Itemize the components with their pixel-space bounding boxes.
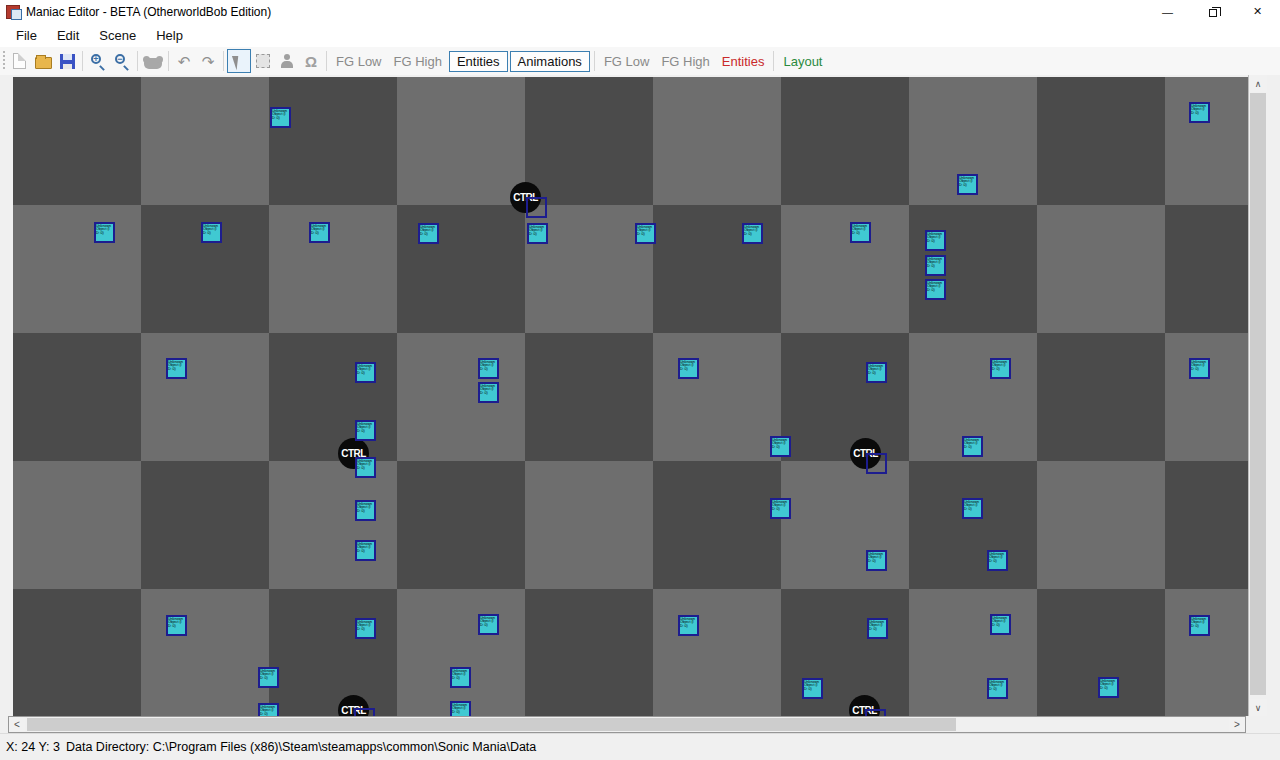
entity-box[interactable]: UnknownObject (ID: 0): [770, 498, 791, 519]
save-icon: [60, 54, 75, 69]
entity-box[interactable]: UnknownObject (ID: 0): [258, 667, 279, 688]
entity-box[interactable]: UnknownObject (ID: 0): [1098, 677, 1119, 698]
checker-cell: [141, 589, 269, 716]
person-icon: [280, 54, 294, 68]
entity-box[interactable]: UnknownObject (ID: 0): [166, 615, 187, 636]
entity-box[interactable]: UnknownObject (ID: 0): [355, 500, 376, 521]
checker-cell: [525, 461, 653, 589]
entity-box[interactable]: UnknownObject (ID: 0): [802, 678, 823, 699]
entity-label: UnknownObject (ID: 0): [452, 669, 469, 680]
checker-cell: [1037, 333, 1165, 461]
entity-box[interactable]: UnknownObject (ID: 0): [309, 222, 330, 243]
checker-cell: [1165, 333, 1248, 461]
open-folder-icon: [35, 57, 52, 69]
checker-cell: [1037, 77, 1165, 205]
entity-label: UnknownObject (ID: 0): [868, 364, 885, 375]
entity-label: UnknownObject (ID: 0): [804, 680, 821, 691]
entity-label: UnknownObject (ID: 0): [357, 459, 374, 470]
layer-fg-high-button[interactable]: FG High: [655, 51, 715, 72]
entity-box[interactable]: UnknownObject (ID: 0): [1189, 615, 1210, 636]
marquee-icon: [256, 54, 270, 68]
checker-cell: [781, 333, 909, 461]
checker-cell: [141, 461, 269, 589]
menu-scene[interactable]: Scene: [89, 25, 146, 46]
scroll-down-button[interactable]: ∨: [1249, 699, 1267, 716]
checker-cell: [397, 77, 525, 205]
entity-box[interactable]: UnknownObject (ID: 0): [990, 614, 1011, 635]
checker-cell: [13, 589, 141, 716]
entity-box[interactable]: UnknownObject (ID: 0): [866, 550, 887, 571]
entity-label: UnknownObject (ID: 0): [989, 680, 1006, 691]
entity-box[interactable]: UnknownObject (ID: 0): [1189, 358, 1210, 379]
entity-label: UnknownObject (ID: 0): [480, 384, 497, 395]
toolbar: + − ↶ ↷ Ω FG Low FG High Entities Animat…: [0, 47, 1280, 75]
open-button[interactable]: [31, 49, 55, 73]
entity-label: UnknownObject (ID: 0): [480, 360, 497, 371]
entity-label: UnknownObject (ID: 0): [168, 617, 185, 628]
window-title: Maniac Editor - BETA (OtherworldBob Edit…: [26, 5, 271, 19]
entity-box[interactable]: UnknownObject (ID: 0): [770, 436, 791, 457]
entity-outline-box[interactable]: [526, 197, 547, 218]
entity-box[interactable]: UnknownObject (ID: 0): [987, 550, 1008, 571]
entity-box[interactable]: UnknownObject (ID: 0): [258, 703, 279, 716]
view-animations-button[interactable]: Animations: [510, 51, 590, 72]
pointer-tool-button[interactable]: [227, 49, 251, 73]
restore-icon: [1209, 9, 1217, 17]
entity-box[interactable]: UnknownObject (ID: 0): [355, 457, 376, 478]
checker-cell: [781, 205, 909, 333]
entity-box[interactable]: UnknownObject (ID: 0): [355, 420, 376, 441]
checker-cell: [525, 77, 653, 205]
entity-label: UnknownObject (ID: 0): [96, 224, 113, 235]
checker-cell: [269, 77, 397, 205]
checker-cell: [1037, 461, 1165, 589]
entity-box[interactable]: UnknownObject (ID: 0): [478, 614, 499, 635]
entity-box[interactable]: UnknownObject (ID: 0): [1189, 102, 1210, 123]
zoom-in-button[interactable]: +: [86, 49, 110, 73]
entity-label: UnknownObject (ID: 0): [964, 500, 981, 511]
entity-box[interactable]: UnknownObject (ID: 0): [450, 701, 471, 716]
entity-box[interactable]: UnknownObject (ID: 0): [866, 362, 887, 383]
menu-edit[interactable]: Edit: [47, 25, 89, 46]
title-bar: Maniac Editor - BETA (OtherworldBob Edit…: [0, 0, 1280, 23]
pointer-icon: [231, 52, 246, 70]
entity-box[interactable]: UnknownObject (ID: 0): [925, 255, 946, 276]
checker-cell: [1037, 205, 1165, 333]
entity-box[interactable]: UnknownObject (ID: 0): [478, 382, 499, 403]
entity-outline-box[interactable]: [354, 708, 375, 716]
checker-cell: [269, 333, 397, 461]
checker-cell: [653, 77, 781, 205]
entity-label: UnknownObject (ID: 0): [772, 500, 789, 511]
entity-label: UnknownObject (ID: 0): [852, 224, 869, 235]
entity-label: UnknownObject (ID: 0): [272, 109, 289, 120]
toolbar-separator: [168, 51, 169, 71]
entity-label: UnknownObject (ID: 0): [927, 281, 944, 292]
checker-cell: [909, 461, 1037, 589]
layer-entities-button[interactable]: Entities: [716, 51, 771, 72]
entity-label: UnknownObject (ID: 0): [744, 225, 761, 236]
vertical-scroll-thumb[interactable]: [1250, 93, 1266, 695]
toolbar-separator: [594, 51, 595, 71]
entity-box[interactable]: UnknownObject (ID: 0): [990, 358, 1011, 379]
undo-icon: ↶: [178, 54, 191, 69]
entity-box[interactable]: UnknownObject (ID: 0): [201, 222, 222, 243]
entity-box[interactable]: UnknownObject (ID: 0): [678, 615, 699, 636]
checker-cell: [13, 333, 141, 461]
entity-label: UnknownObject (ID: 0): [927, 257, 944, 268]
entity-label: UnknownObject (ID: 0): [869, 620, 886, 631]
entity-label: UnknownObject (ID: 0): [992, 616, 1009, 627]
entity-label: UnknownObject (ID: 0): [964, 438, 981, 449]
zoom-in-icon: +: [90, 53, 106, 69]
horizontal-scrollbar[interactable]: < >: [8, 716, 1246, 733]
entity-box[interactable]: UnknownObject (ID: 0): [678, 358, 699, 379]
entity-label: UnknownObject (ID: 0): [637, 225, 654, 236]
entity-box[interactable]: UnknownObject (ID: 0): [962, 498, 983, 519]
entity-label: UnknownObject (ID: 0): [1100, 679, 1117, 690]
magnet-tool-button[interactable]: Ω: [299, 49, 323, 73]
view-fg-low-button[interactable]: FG Low: [330, 51, 388, 72]
redo-icon: ↷: [202, 54, 215, 69]
checker-cell: [1165, 77, 1248, 205]
toolbar-separator: [773, 51, 774, 71]
checker-cell: [141, 77, 269, 205]
entity-label: UnknownObject (ID: 0): [260, 705, 277, 716]
layer-layout-button[interactable]: Layout: [777, 51, 828, 72]
checker-cell: [1165, 589, 1248, 716]
scroll-up-button[interactable]: ∧: [1249, 75, 1267, 92]
gamepad-button[interactable]: [141, 49, 165, 73]
marquee-select-button[interactable]: [251, 49, 275, 73]
checker-cell: [397, 205, 525, 333]
entity-label: UnknownObject (ID: 0): [452, 703, 469, 714]
checker-cell: [909, 589, 1037, 716]
checker-cell: [781, 461, 909, 589]
data-directory-path: Data Directory: C:\Program Files (x86)\S…: [66, 740, 536, 754]
entity-box[interactable]: UnknownObject (ID: 0): [867, 618, 888, 639]
zoom-out-icon: −: [114, 53, 130, 69]
entity-box[interactable]: UnknownObject (ID: 0): [450, 667, 471, 688]
entity-label: UnknownObject (ID: 0): [260, 669, 277, 680]
entity-box[interactable]: UnknownObject (ID: 0): [925, 230, 946, 251]
checker-cell: [653, 461, 781, 589]
entity-label: UnknownObject (ID: 0): [927, 232, 944, 243]
checker-cell: [397, 333, 525, 461]
checker-cell: [525, 589, 653, 716]
minimize-button[interactable]: —: [1145, 0, 1190, 23]
entity-label: UnknownObject (ID: 0): [357, 422, 374, 433]
entity-outline-box[interactable]: [865, 709, 886, 716]
menu-help[interactable]: Help: [146, 25, 193, 46]
checker-cell: [13, 205, 141, 333]
scrollbar-corner: [1248, 716, 1267, 733]
checker-cell: [653, 333, 781, 461]
toolbar-separator: [223, 51, 224, 71]
entity-label: UnknownObject (ID: 0): [203, 224, 220, 235]
entity-label: UnknownObject (ID: 0): [959, 176, 976, 187]
checker-cell: [269, 589, 397, 716]
checker-cell: [397, 589, 525, 716]
entity-label: UnknownObject (ID: 0): [357, 620, 374, 631]
entity-label: UnknownObject (ID: 0): [989, 552, 1006, 563]
entity-label: UnknownObject (ID: 0): [992, 360, 1009, 371]
entity-box[interactable]: UnknownObject (ID: 0): [527, 223, 548, 244]
entity-box[interactable]: UnknownObject (ID: 0): [635, 223, 656, 244]
checker-cell: [525, 333, 653, 461]
menu-bar: File Edit Scene Help: [0, 23, 1280, 47]
checker-cell: [269, 461, 397, 589]
toolbar-separator: [82, 51, 83, 71]
entity-label: UnknownObject (ID: 0): [680, 360, 697, 371]
entity-label: UnknownObject (ID: 0): [357, 364, 374, 375]
undo-button[interactable]: ↶: [172, 49, 196, 73]
zoom-out-button[interactable]: −: [110, 49, 134, 73]
entity-box[interactable]: UnknownObject (ID: 0): [957, 174, 978, 195]
vertical-scrollbar[interactable]: ∧ ∨: [1248, 75, 1267, 716]
checker-cell: [781, 77, 909, 205]
entity-box[interactable]: UnknownObject (ID: 0): [355, 540, 376, 561]
save-button[interactable]: [55, 49, 79, 73]
layer-fg-low-button[interactable]: FG Low: [598, 51, 656, 72]
close-button[interactable]: ✕: [1235, 0, 1280, 23]
toolbar-separator: [326, 51, 327, 71]
checker-cell: [781, 589, 909, 716]
entity-box[interactable]: UnknownObject (ID: 0): [270, 107, 291, 128]
cursor-coordinates: X: 24 Y: 3: [6, 740, 60, 754]
view-fg-high-button[interactable]: FG High: [388, 51, 448, 72]
magnet-icon: Ω: [305, 54, 317, 69]
scroll-left-button[interactable]: <: [9, 717, 25, 732]
checker-cell: [397, 461, 525, 589]
menu-file[interactable]: File: [6, 25, 47, 46]
entity-label: UnknownObject (ID: 0): [868, 552, 885, 563]
entity-label: UnknownObject (ID: 0): [529, 225, 546, 236]
checker-cell: [13, 461, 141, 589]
entity-label: UnknownObject (ID: 0): [357, 542, 374, 553]
checker-cell: [141, 333, 269, 461]
app-icon: [6, 5, 20, 19]
entity-box[interactable]: UnknownObject (ID: 0): [742, 223, 763, 244]
scroll-right-button[interactable]: >: [1229, 717, 1245, 732]
entity-box[interactable]: UnknownObject (ID: 0): [355, 618, 376, 639]
checker-cell: [1165, 461, 1248, 589]
entity-label: UnknownObject (ID: 0): [480, 616, 497, 627]
restore-button[interactable]: [1190, 0, 1235, 23]
canvas[interactable]: CTRLCTRLCTRLCTRLCTRLUnknownObject (ID: 0…: [0, 75, 1248, 716]
status-bar: X: 24 Y: 3 Data Directory: C:\Program Fi…: [0, 733, 1280, 760]
checker-cell: [653, 589, 781, 716]
entity-box[interactable]: UnknownObject (ID: 0): [850, 222, 871, 243]
entity-box[interactable]: UnknownObject (ID: 0): [166, 358, 187, 379]
entity-outline-box[interactable]: [866, 453, 887, 474]
entity-label: UnknownObject (ID: 0): [772, 438, 789, 449]
checker-cell: [269, 205, 397, 333]
entity-label: UnknownObject (ID: 0): [1191, 360, 1208, 371]
gamepad-icon: [144, 58, 162, 69]
entity-label: UnknownObject (ID: 0): [1191, 104, 1208, 115]
entity-box[interactable]: UnknownObject (ID: 0): [94, 222, 115, 243]
checker-cell: [13, 77, 141, 205]
entity-box[interactable]: UnknownObject (ID: 0): [478, 358, 499, 379]
entity-label: UnknownObject (ID: 0): [168, 360, 185, 371]
entity-label: UnknownObject (ID: 0): [1191, 617, 1208, 628]
horizontal-scroll-thumb[interactable]: [27, 718, 956, 731]
entity-label: UnknownObject (ID: 0): [680, 617, 697, 628]
entity-box[interactable]: UnknownObject (ID: 0): [962, 436, 983, 457]
toolbar-separator: [137, 51, 138, 71]
entity-label: UnknownObject (ID: 0): [357, 502, 374, 513]
player-tool-button[interactable]: [275, 49, 299, 73]
checker-cell: [1165, 205, 1248, 333]
view-entities-button[interactable]: Entities: [449, 51, 508, 72]
entity-label: UnknownObject (ID: 0): [420, 225, 437, 236]
entity-label: UnknownObject (ID: 0): [311, 224, 328, 235]
entity-box[interactable]: UnknownObject (ID: 0): [925, 279, 946, 300]
new-file-icon: [13, 53, 26, 69]
entity-box[interactable]: UnknownObject (ID: 0): [418, 223, 439, 244]
entity-box[interactable]: UnknownObject (ID: 0): [355, 362, 376, 383]
redo-button[interactable]: ↷: [196, 49, 220, 73]
new-file-button[interactable]: [7, 49, 31, 73]
entity-box[interactable]: UnknownObject (ID: 0): [987, 678, 1008, 699]
